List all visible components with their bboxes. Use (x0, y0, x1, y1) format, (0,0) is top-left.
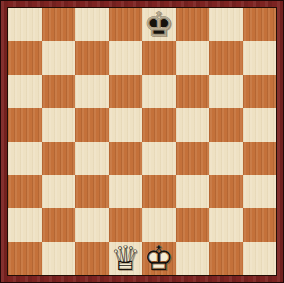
square-e4[interactable] (142, 142, 176, 175)
square-e2[interactable] (142, 208, 176, 241)
square-c6[interactable] (75, 75, 109, 108)
square-e8[interactable]: ♚♔ (142, 8, 176, 41)
square-g5[interactable] (209, 108, 243, 141)
square-h8[interactable] (243, 8, 277, 41)
board-frame: ♚♔♛♕♚♔ (0, 0, 284, 283)
square-g3[interactable] (209, 175, 243, 208)
square-a5[interactable] (8, 108, 42, 141)
square-a6[interactable] (8, 75, 42, 108)
square-e7[interactable] (142, 41, 176, 74)
square-f1[interactable] (176, 242, 210, 275)
square-f7[interactable] (176, 41, 210, 74)
board-inner-border: ♚♔♛♕♚♔ (7, 7, 277, 276)
square-d4[interactable] (109, 142, 143, 175)
square-a8[interactable] (8, 8, 42, 41)
square-c8[interactable] (75, 8, 109, 41)
square-c7[interactable] (75, 41, 109, 74)
square-f8[interactable] (176, 8, 210, 41)
square-d1[interactable]: ♛♕ (109, 242, 143, 275)
square-e6[interactable] (142, 75, 176, 108)
square-f5[interactable] (176, 108, 210, 141)
square-g2[interactable] (209, 208, 243, 241)
square-f6[interactable] (176, 75, 210, 108)
piece-black-king-e8[interactable]: ♚♔ (142, 8, 175, 41)
square-h6[interactable] (243, 75, 277, 108)
square-g4[interactable] (209, 142, 243, 175)
square-h3[interactable] (243, 175, 277, 208)
square-c3[interactable] (75, 175, 109, 208)
square-b5[interactable] (42, 108, 76, 141)
square-e1[interactable]: ♚♔ (142, 242, 176, 275)
square-e5[interactable] (142, 108, 176, 141)
square-h1[interactable] (243, 242, 277, 275)
piece-white-king-e1[interactable]: ♚♔ (142, 242, 175, 275)
chess-board: ♚♔♛♕♚♔ (8, 8, 276, 275)
black-king-outline-glyph: ♔ (142, 8, 175, 41)
square-a3[interactable] (8, 175, 42, 208)
square-a2[interactable] (8, 208, 42, 241)
square-d7[interactable] (109, 41, 143, 74)
square-a1[interactable] (8, 242, 42, 275)
square-b8[interactable] (42, 8, 76, 41)
square-d3[interactable] (109, 175, 143, 208)
square-b4[interactable] (42, 142, 76, 175)
square-c2[interactable] (75, 208, 109, 241)
square-c4[interactable] (75, 142, 109, 175)
square-h7[interactable] (243, 41, 277, 74)
square-h4[interactable] (243, 142, 277, 175)
square-a4[interactable] (8, 142, 42, 175)
square-f3[interactable] (176, 175, 210, 208)
square-e3[interactable] (142, 175, 176, 208)
piece-white-queen-d1[interactable]: ♛♕ (109, 242, 142, 275)
white-queen-outline-glyph: ♕ (109, 242, 142, 275)
white-king-outline-glyph: ♔ (142, 242, 175, 275)
square-d2[interactable] (109, 208, 143, 241)
square-g1[interactable] (209, 242, 243, 275)
square-d5[interactable] (109, 108, 143, 141)
square-b2[interactable] (42, 208, 76, 241)
square-b6[interactable] (42, 75, 76, 108)
square-b3[interactable] (42, 175, 76, 208)
square-f4[interactable] (176, 142, 210, 175)
square-g8[interactable] (209, 8, 243, 41)
square-g6[interactable] (209, 75, 243, 108)
square-b1[interactable] (42, 242, 76, 275)
square-b7[interactable] (42, 41, 76, 74)
square-c5[interactable] (75, 108, 109, 141)
square-f2[interactable] (176, 208, 210, 241)
square-c1[interactable] (75, 242, 109, 275)
square-h5[interactable] (243, 108, 277, 141)
square-d8[interactable] (109, 8, 143, 41)
square-a7[interactable] (8, 41, 42, 74)
square-d6[interactable] (109, 75, 143, 108)
square-g7[interactable] (209, 41, 243, 74)
square-h2[interactable] (243, 208, 277, 241)
